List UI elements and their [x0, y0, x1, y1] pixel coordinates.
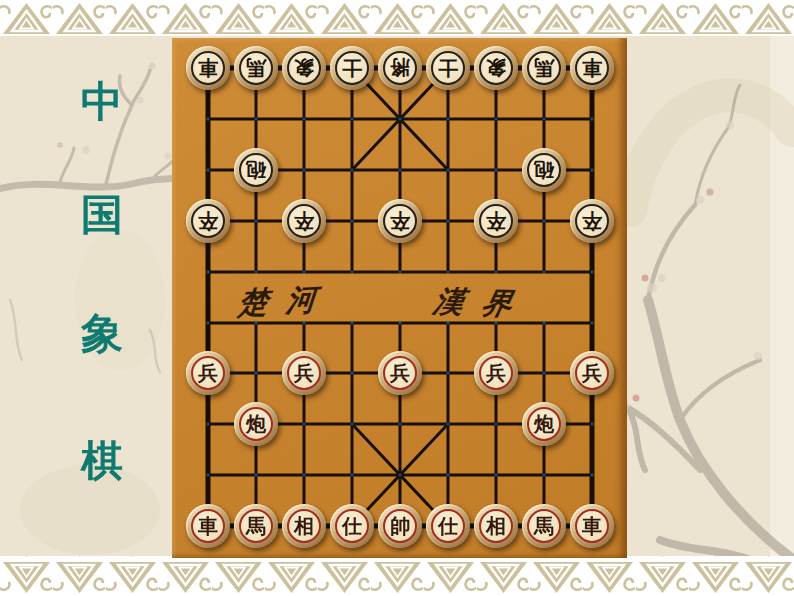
piece-glyph: 卒	[390, 211, 410, 231]
piece-glyph: 兵	[582, 363, 602, 383]
piece-glyph: 仕	[438, 516, 458, 536]
piece-glyph: 卒	[294, 211, 314, 231]
piece-face: 士	[335, 51, 369, 85]
piece-face: 仕	[335, 509, 369, 543]
piece-face: 卒	[575, 204, 609, 238]
piece-glyph: 砲	[534, 160, 554, 180]
piece-black-cannon[interactable]: 砲	[234, 148, 278, 192]
xiangqi-board[interactable]: 楚河 漢界 車馬象士將士象馬車砲砲卒卒卒卒卒兵兵兵兵兵炮炮車馬相仕帥仕相馬車	[172, 38, 627, 558]
piece-black-soldier[interactable]: 卒	[186, 199, 230, 243]
piece-glyph: 馬	[246, 516, 266, 536]
piece-glyph: 象	[294, 58, 314, 78]
piece-glyph: 車	[582, 58, 602, 78]
piece-face: 象	[479, 51, 513, 85]
piece-black-elephant[interactable]: 象	[474, 46, 518, 90]
piece-red-advisor[interactable]: 仕	[330, 504, 374, 548]
piece-glyph: 兵	[294, 363, 314, 383]
piece-red-chariot[interactable]: 車	[570, 504, 614, 548]
piece-face: 相	[287, 509, 321, 543]
title-char: 棋	[79, 440, 125, 482]
piece-black-chariot[interactable]: 車	[186, 46, 230, 90]
piece-black-chariot[interactable]: 車	[570, 46, 614, 90]
piece-glyph: 馬	[534, 58, 554, 78]
piece-face: 車	[575, 51, 609, 85]
piece-black-advisor[interactable]: 士	[330, 46, 374, 90]
piece-face: 兵	[383, 356, 417, 390]
piece-face: 士	[431, 51, 465, 85]
slide: 中国象棋 楚河 漢界 車馬象士將士象馬車砲砲卒卒卒卒卒兵兵兵兵兵炮炮車馬相仕帥仕…	[0, 0, 794, 596]
piece-glyph: 炮	[534, 414, 554, 434]
piece-glyph: 卒	[198, 211, 218, 231]
piece-glyph: 士	[438, 58, 458, 78]
piece-black-advisor[interactable]: 士	[426, 46, 470, 90]
river-label-right: 漢界	[430, 281, 535, 325]
piece-black-elephant[interactable]: 象	[282, 46, 326, 90]
piece-face: 將	[383, 51, 417, 85]
piece-glyph: 卒	[486, 211, 506, 231]
piece-glyph: 象	[486, 58, 506, 78]
piece-black-soldier[interactable]: 卒	[570, 199, 614, 243]
piece-glyph: 馬	[534, 516, 554, 536]
piece-glyph: 相	[486, 516, 506, 536]
piece-glyph: 車	[582, 516, 602, 536]
piece-black-soldier[interactable]: 卒	[474, 199, 518, 243]
piece-face: 車	[191, 51, 225, 85]
piece-face: 卒	[191, 204, 225, 238]
piece-face: 卒	[383, 204, 417, 238]
piece-face: 車	[575, 509, 609, 543]
piece-face: 車	[191, 509, 225, 543]
piece-glyph: 將	[390, 58, 410, 78]
piece-face: 馬	[527, 51, 561, 85]
piece-face: 馬	[239, 509, 273, 543]
piece-face: 砲	[527, 153, 561, 187]
piece-face: 象	[287, 51, 321, 85]
piece-red-horse[interactable]: 馬	[234, 504, 278, 548]
piece-red-chariot[interactable]: 車	[186, 504, 230, 548]
piece-black-general[interactable]: 將	[378, 46, 422, 90]
piece-face: 兵	[287, 356, 321, 390]
piece-face: 兵	[575, 356, 609, 390]
piece-glyph: 士	[342, 58, 362, 78]
piece-face: 馬	[527, 509, 561, 543]
piece-glyph: 卒	[582, 211, 602, 231]
piece-face: 相	[479, 509, 513, 543]
title-char: 象	[79, 313, 125, 355]
piece-glyph: 帥	[390, 516, 410, 536]
piece-red-general[interactable]: 帥	[378, 504, 422, 548]
piece-face: 炮	[527, 407, 561, 441]
piece-black-horse[interactable]: 馬	[234, 46, 278, 90]
piece-glyph: 仕	[342, 516, 362, 536]
piece-black-soldier[interactable]: 卒	[282, 199, 326, 243]
piece-face: 砲	[239, 153, 273, 187]
piece-red-soldier[interactable]: 兵	[570, 351, 614, 395]
piece-face: 帥	[383, 509, 417, 543]
piece-red-soldier[interactable]: 兵	[378, 351, 422, 395]
title-char: 中	[79, 81, 125, 123]
piece-face: 兵	[191, 356, 225, 390]
piece-red-soldier[interactable]: 兵	[186, 351, 230, 395]
title-char: 国	[79, 194, 125, 236]
piece-glyph: 車	[198, 516, 218, 536]
river-label-left: 楚河	[236, 278, 335, 324]
piece-red-elephant[interactable]: 相	[474, 504, 518, 548]
piece-glyph: 兵	[486, 363, 506, 383]
piece-face: 仕	[431, 509, 465, 543]
slide-title: 中国象棋	[0, 0, 175, 596]
piece-glyph: 砲	[246, 160, 266, 180]
piece-glyph: 兵	[198, 363, 218, 383]
piece-face: 卒	[287, 204, 321, 238]
piece-face: 兵	[479, 356, 513, 390]
piece-glyph: 車	[198, 58, 218, 78]
piece-glyph: 炮	[246, 414, 266, 434]
piece-red-horse[interactable]: 馬	[522, 504, 566, 548]
piece-red-soldier[interactable]: 兵	[474, 351, 518, 395]
piece-black-soldier[interactable]: 卒	[378, 199, 422, 243]
piece-black-horse[interactable]: 馬	[522, 46, 566, 90]
piece-glyph: 馬	[246, 58, 266, 78]
piece-face: 馬	[239, 51, 273, 85]
piece-red-cannon[interactable]: 炮	[234, 402, 278, 446]
piece-red-advisor[interactable]: 仕	[426, 504, 470, 548]
piece-face: 卒	[479, 204, 513, 238]
piece-red-soldier[interactable]: 兵	[282, 351, 326, 395]
piece-black-cannon[interactable]: 砲	[522, 148, 566, 192]
piece-red-cannon[interactable]: 炮	[522, 402, 566, 446]
piece-red-elephant[interactable]: 相	[282, 504, 326, 548]
piece-glyph: 相	[294, 516, 314, 536]
piece-face: 炮	[239, 407, 273, 441]
piece-glyph: 兵	[390, 363, 410, 383]
